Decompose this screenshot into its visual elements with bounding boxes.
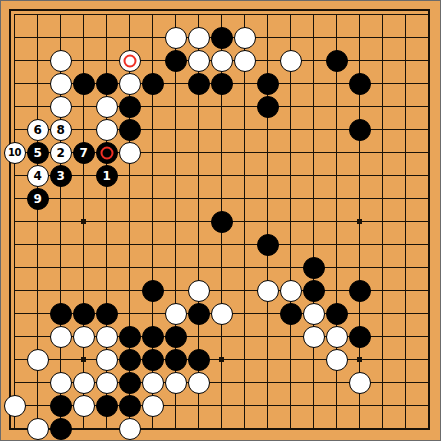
white-stone: [50, 96, 72, 118]
black-stone: [50, 418, 72, 440]
white-stone: [303, 303, 325, 325]
black-stone: 7: [73, 142, 95, 164]
white-stone: [326, 349, 348, 371]
black-stone: [96, 73, 118, 95]
black-stone: [165, 50, 187, 72]
white-stone: [73, 372, 95, 394]
move-number-label: 9: [34, 193, 42, 205]
black-stone: [165, 349, 187, 371]
white-stone: [96, 349, 118, 371]
white-stone: [303, 326, 325, 348]
white-stone: [188, 372, 210, 394]
move-number-label: 6: [34, 124, 42, 136]
move-number-label: 2: [57, 147, 65, 159]
black-stone: [96, 395, 118, 417]
white-stone: [27, 418, 49, 440]
black-stone: [96, 303, 118, 325]
white-stone: [211, 303, 233, 325]
black-stone: 9: [27, 188, 49, 210]
white-stone: [349, 372, 371, 394]
white-stone: 8: [50, 119, 72, 141]
black-stone: [280, 303, 302, 325]
black-stone: [349, 73, 371, 95]
black-stone: [188, 73, 210, 95]
black-stone: [119, 119, 141, 141]
move-number-label: 8: [57, 124, 65, 136]
black-stone: [349, 280, 371, 302]
stones-layer: 68105274319: [3, 3, 440, 440]
black-stone: [165, 326, 187, 348]
white-stone: [211, 50, 233, 72]
move-number-label: 10: [8, 148, 21, 158]
white-stone: [4, 395, 26, 417]
white-stone: 10: [4, 142, 26, 164]
black-stone: [142, 73, 164, 95]
black-stone: [188, 349, 210, 371]
white-stone: [50, 372, 72, 394]
black-stone: 5: [27, 142, 49, 164]
white-stone: [188, 27, 210, 49]
black-stone: [119, 395, 141, 417]
white-stone: [96, 372, 118, 394]
black-stone: [50, 303, 72, 325]
white-stone: [234, 27, 256, 49]
white-stone: [96, 119, 118, 141]
white-stone: [73, 326, 95, 348]
white-stone: [188, 280, 210, 302]
black-stone: [96, 142, 118, 164]
white-stone: 6: [27, 119, 49, 141]
white-stone: [119, 142, 141, 164]
white-stone: [234, 50, 256, 72]
white-stone: [50, 73, 72, 95]
white-stone: [73, 395, 95, 417]
move-number-label: 5: [34, 147, 42, 159]
move-number-label: 4: [34, 170, 42, 182]
black-stone: [188, 303, 210, 325]
white-stone: [50, 326, 72, 348]
white-stone: [142, 372, 164, 394]
black-stone: [257, 73, 279, 95]
black-stone: [142, 326, 164, 348]
move-number-label: 1: [103, 170, 111, 182]
black-stone: [303, 257, 325, 279]
white-stone: [280, 280, 302, 302]
black-stone: [257, 234, 279, 256]
black-stone: 3: [50, 165, 72, 187]
black-stone: [349, 119, 371, 141]
white-stone: [27, 349, 49, 371]
black-stone: [119, 372, 141, 394]
white-stone: [257, 280, 279, 302]
black-stone: [73, 303, 95, 325]
white-stone: [165, 303, 187, 325]
black-stone: [119, 96, 141, 118]
black-stone: 1: [96, 165, 118, 187]
black-stone: [50, 395, 72, 417]
white-stone: [119, 73, 141, 95]
black-stone: [142, 349, 164, 371]
black-stone: [211, 27, 233, 49]
white-stone: [165, 372, 187, 394]
white-stone: 4: [27, 165, 49, 187]
white-stone: 2: [50, 142, 72, 164]
black-stone: [73, 73, 95, 95]
white-stone: [50, 50, 72, 72]
circle-mark: [123, 54, 136, 67]
white-stone: [96, 96, 118, 118]
black-stone: [303, 280, 325, 302]
black-stone: [349, 326, 371, 348]
black-stone: [326, 303, 348, 325]
black-stone: [119, 349, 141, 371]
black-stone: [211, 73, 233, 95]
white-stone: [119, 50, 141, 72]
white-stone: [326, 326, 348, 348]
black-stone: [211, 211, 233, 233]
move-number-label: 3: [57, 170, 65, 182]
black-stone: [326, 50, 348, 72]
white-stone: [119, 418, 141, 440]
go-board[interactable]: 68105274319: [0, 0, 441, 441]
white-stone: [142, 395, 164, 417]
circle-mark: [100, 146, 113, 159]
white-stone: [280, 50, 302, 72]
black-stone: [142, 280, 164, 302]
white-stone: [96, 326, 118, 348]
white-stone: [165, 27, 187, 49]
black-stone: [257, 96, 279, 118]
move-number-label: 7: [80, 147, 88, 159]
white-stone: [188, 50, 210, 72]
black-stone: [119, 326, 141, 348]
